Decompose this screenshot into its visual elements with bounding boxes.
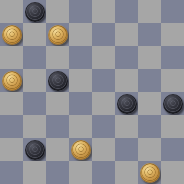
square-f8[interactable] — [115, 0, 138, 23]
square-b2[interactable] — [23, 138, 46, 161]
square-d3 — [69, 115, 92, 138]
square-a6 — [0, 46, 23, 69]
square-a2 — [0, 138, 23, 161]
square-b3 — [23, 115, 46, 138]
square-d6[interactable] — [69, 46, 92, 69]
square-g8 — [138, 0, 161, 23]
black-man-piece[interactable] — [25, 140, 45, 160]
square-a4 — [0, 92, 23, 115]
square-d2[interactable] — [69, 138, 92, 161]
black-man-piece[interactable] — [117, 94, 137, 114]
white-man-piece[interactable] — [2, 25, 22, 45]
square-b5 — [23, 69, 46, 92]
square-g7[interactable] — [138, 23, 161, 46]
square-b7 — [23, 23, 46, 46]
square-a5[interactable] — [0, 69, 23, 92]
square-g1[interactable] — [138, 161, 161, 184]
square-d8[interactable] — [69, 0, 92, 23]
square-b1 — [23, 161, 46, 184]
square-f7 — [115, 23, 138, 46]
white-man-piece[interactable] — [48, 25, 68, 45]
square-f2[interactable] — [115, 138, 138, 161]
square-c4 — [46, 92, 69, 115]
square-d7 — [69, 23, 92, 46]
square-h2[interactable] — [161, 138, 184, 161]
square-h8[interactable] — [161, 0, 184, 23]
square-c6 — [46, 46, 69, 69]
white-man-piece[interactable] — [140, 163, 160, 183]
square-b8[interactable] — [23, 0, 46, 23]
white-man-piece[interactable] — [71, 140, 91, 160]
square-h3 — [161, 115, 184, 138]
square-g4 — [138, 92, 161, 115]
square-f1 — [115, 161, 138, 184]
square-f3 — [115, 115, 138, 138]
square-h5 — [161, 69, 184, 92]
square-e8 — [92, 0, 115, 23]
square-e1[interactable] — [92, 161, 115, 184]
black-man-piece[interactable] — [25, 2, 45, 22]
square-g3[interactable] — [138, 115, 161, 138]
square-b4[interactable] — [23, 92, 46, 115]
square-f6[interactable] — [115, 46, 138, 69]
square-g2 — [138, 138, 161, 161]
square-h6[interactable] — [161, 46, 184, 69]
square-b6[interactable] — [23, 46, 46, 69]
square-a8 — [0, 0, 23, 23]
square-c8 — [46, 0, 69, 23]
square-e5[interactable] — [92, 69, 115, 92]
square-e3[interactable] — [92, 115, 115, 138]
square-g6 — [138, 46, 161, 69]
square-e4 — [92, 92, 115, 115]
square-c1[interactable] — [46, 161, 69, 184]
square-d1 — [69, 161, 92, 184]
square-c2 — [46, 138, 69, 161]
square-g5[interactable] — [138, 69, 161, 92]
square-h7 — [161, 23, 184, 46]
square-e7[interactable] — [92, 23, 115, 46]
square-c3[interactable] — [46, 115, 69, 138]
black-man-piece[interactable] — [163, 94, 183, 114]
square-c5[interactable] — [46, 69, 69, 92]
square-a7[interactable] — [0, 23, 23, 46]
square-f5 — [115, 69, 138, 92]
square-a1[interactable] — [0, 161, 23, 184]
square-h1 — [161, 161, 184, 184]
square-h4[interactable] — [161, 92, 184, 115]
black-man-piece[interactable] — [48, 71, 68, 91]
checkers-board — [0, 0, 184, 184]
square-d4[interactable] — [69, 92, 92, 115]
square-e6 — [92, 46, 115, 69]
square-c7[interactable] — [46, 23, 69, 46]
square-a3[interactable] — [0, 115, 23, 138]
square-f4[interactable] — [115, 92, 138, 115]
square-e2 — [92, 138, 115, 161]
square-d5 — [69, 69, 92, 92]
white-man-piece[interactable] — [2, 71, 22, 91]
